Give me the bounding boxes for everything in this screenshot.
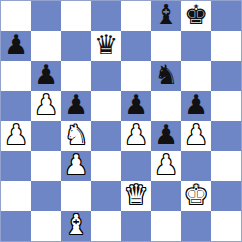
white-pawn-e4[interactable]: ♟: [124, 121, 148, 150]
white-pawn-c3[interactable]: ♟: [64, 151, 88, 180]
black-knight-f6[interactable]: ♞: [154, 61, 178, 90]
square-h8[interactable]: [211, 1, 241, 31]
square-a6[interactable]: [1, 61, 31, 91]
square-a5[interactable]: [1, 91, 31, 121]
square-h6[interactable]: [211, 61, 241, 91]
square-e4[interactable]: ♟: [121, 121, 151, 151]
square-h1[interactable]: [211, 211, 241, 241]
square-g7[interactable]: [181, 31, 211, 61]
white-pawn-f3[interactable]: ♟: [154, 151, 178, 180]
white-pawn-b5[interactable]: ♟: [34, 91, 58, 120]
square-d8[interactable]: [91, 1, 121, 31]
square-f2[interactable]: [151, 181, 181, 211]
square-g8[interactable]: ♚: [181, 1, 211, 31]
square-e1[interactable]: [121, 211, 151, 241]
square-d4[interactable]: [91, 121, 121, 151]
square-e8[interactable]: [121, 1, 151, 31]
square-g3[interactable]: [181, 151, 211, 181]
white-bishop-c1[interactable]: ♝: [64, 211, 88, 240]
black-pawn-c5[interactable]: ♟: [64, 91, 88, 120]
square-e6[interactable]: [121, 61, 151, 91]
square-e2[interactable]: ♛: [121, 181, 151, 211]
square-a1[interactable]: [1, 211, 31, 241]
square-d1[interactable]: [91, 211, 121, 241]
square-c2[interactable]: [61, 181, 91, 211]
black-pawn-g5[interactable]: ♟: [184, 91, 208, 120]
black-bishop-f8[interactable]: ♝: [154, 1, 178, 30]
square-f1[interactable]: [151, 211, 181, 241]
square-d5[interactable]: [91, 91, 121, 121]
square-b3[interactable]: [31, 151, 61, 181]
black-pawn-a7[interactable]: ♟: [4, 31, 28, 60]
square-a4[interactable]: ♟: [1, 121, 31, 151]
square-b2[interactable]: [31, 181, 61, 211]
square-g6[interactable]: [181, 61, 211, 91]
square-e3[interactable]: [121, 151, 151, 181]
square-b5[interactable]: ♟: [31, 91, 61, 121]
square-d7[interactable]: ♛: [91, 31, 121, 61]
square-h4[interactable]: [211, 121, 241, 151]
square-f4[interactable]: ♟: [151, 121, 181, 151]
white-pawn-g4[interactable]: ♟: [184, 121, 208, 150]
chess-board-frame: ♝♚♟♛♟♞♟♟♟♟♟♞♟♟♟♟♟♛♚♝: [0, 0, 242, 242]
black-pawn-b6[interactable]: ♟: [34, 61, 58, 90]
square-e7[interactable]: [121, 31, 151, 61]
white-king-g2[interactable]: ♚: [184, 181, 208, 210]
square-c6[interactable]: [61, 61, 91, 91]
square-c4[interactable]: ♞: [61, 121, 91, 151]
square-b6[interactable]: ♟: [31, 61, 61, 91]
square-h5[interactable]: [211, 91, 241, 121]
black-pawn-e5[interactable]: ♟: [124, 91, 148, 120]
white-knight-c4[interactable]: ♞: [64, 121, 88, 150]
square-b8[interactable]: [31, 1, 61, 31]
square-f5[interactable]: [151, 91, 181, 121]
square-f3[interactable]: ♟: [151, 151, 181, 181]
square-a7[interactable]: ♟: [1, 31, 31, 61]
square-h7[interactable]: [211, 31, 241, 61]
square-c1[interactable]: ♝: [61, 211, 91, 241]
square-a3[interactable]: [1, 151, 31, 181]
square-f8[interactable]: ♝: [151, 1, 181, 31]
square-a2[interactable]: [1, 181, 31, 211]
square-f7[interactable]: [151, 31, 181, 61]
square-d6[interactable]: [91, 61, 121, 91]
square-g2[interactable]: ♚: [181, 181, 211, 211]
square-h3[interactable]: [211, 151, 241, 181]
square-b7[interactable]: [31, 31, 61, 61]
square-d2[interactable]: [91, 181, 121, 211]
square-g4[interactable]: ♟: [181, 121, 211, 151]
square-f6[interactable]: ♞: [151, 61, 181, 91]
white-queen-e2[interactable]: ♛: [124, 181, 148, 210]
black-king-g8[interactable]: ♚: [184, 1, 208, 30]
square-c3[interactable]: ♟: [61, 151, 91, 181]
square-g1[interactable]: [181, 211, 211, 241]
black-pawn-f4[interactable]: ♟: [154, 121, 178, 150]
square-b4[interactable]: [31, 121, 61, 151]
square-b1[interactable]: [31, 211, 61, 241]
white-pawn-a4[interactable]: ♟: [4, 121, 28, 150]
square-g5[interactable]: ♟: [181, 91, 211, 121]
square-c7[interactable]: [61, 31, 91, 61]
chess-board: ♝♚♟♛♟♞♟♟♟♟♟♞♟♟♟♟♟♛♚♝: [1, 1, 241, 241]
square-c8[interactable]: [61, 1, 91, 31]
square-a8[interactable]: [1, 1, 31, 31]
square-c5[interactable]: ♟: [61, 91, 91, 121]
square-d3[interactable]: [91, 151, 121, 181]
square-h2[interactable]: [211, 181, 241, 211]
black-queen-d7[interactable]: ♛: [94, 31, 118, 60]
square-e5[interactable]: ♟: [121, 91, 151, 121]
